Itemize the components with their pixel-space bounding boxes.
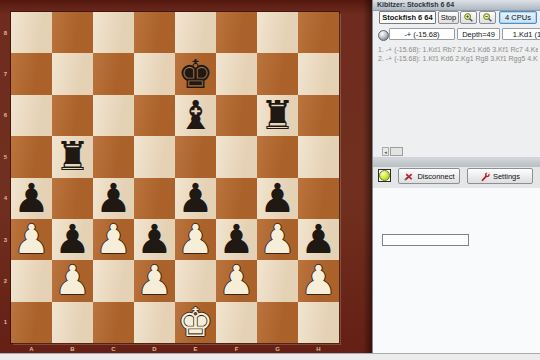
rank-label-2: 2 (0, 260, 11, 301)
square-c2[interactable] (93, 260, 134, 301)
piece-white-pawn[interactable]: ♟ (55, 260, 91, 301)
square-a4[interactable]: ♟ (11, 178, 52, 219)
square-f1[interactable] (216, 302, 257, 343)
rank-label-5: 5 (0, 136, 11, 177)
hscroll-left-arrow[interactable]: ◂ (382, 147, 389, 156)
piece-black-rook[interactable]: ♜ (55, 136, 91, 177)
piece-black-pawn[interactable]: ♟ (301, 219, 337, 260)
square-d1[interactable] (134, 302, 175, 343)
best-move-box: 1.Kd1 (1 (502, 28, 540, 40)
wrench-icon (480, 171, 490, 182)
board-grid: ♚♝♜♜♟♟♟♟♟♟♟♟♟♟♟♟♟♟♟♟♚ (11, 12, 339, 343)
chat-pane (373, 188, 540, 354)
stop-button[interactable]: Stop (438, 11, 459, 24)
square-e8[interactable] (175, 12, 216, 53)
square-d6[interactable] (134, 95, 175, 136)
engine-line-1[interactable]: 1. -+ (-15.68): 1.Kd1 Rb7 2.Ke1 Kd6 3.Kf… (378, 45, 538, 54)
piece-white-pawn[interactable]: ♟ (219, 260, 255, 301)
square-g7[interactable] (257, 53, 298, 94)
disconnect-button[interactable]: Disconnect (398, 168, 460, 184)
screenshot-root: 87654321 ♚♝♜♜♟♟♟♟♟♟♟♟♟♟♟♟♟♟♟♟♚ ABCDEFGH … (0, 0, 540, 360)
piece-black-pawn[interactable]: ♟ (178, 178, 214, 219)
square-e2[interactable] (175, 260, 216, 301)
disconnect-icon (403, 171, 414, 182)
square-g6[interactable]: ♜ (257, 95, 298, 136)
square-h6[interactable] (298, 95, 339, 136)
square-b5[interactable]: ♜ (52, 136, 93, 177)
kibitzer-panel: Kibitzer: Stockfish 6 64 Stockfish 6 64 … (372, 0, 540, 354)
square-a6[interactable] (11, 95, 52, 136)
connection-toolbar: Disconnect Settings (373, 167, 540, 189)
piece-white-pawn[interactable]: ♟ (96, 219, 132, 260)
square-f3[interactable]: ♟ (216, 219, 257, 260)
piece-white-pawn[interactable]: ♟ (14, 219, 50, 260)
square-d3[interactable]: ♟ (134, 219, 175, 260)
square-c5[interactable] (93, 136, 134, 177)
piece-white-pawn[interactable]: ♟ (260, 219, 296, 260)
square-b7[interactable] (52, 53, 93, 94)
zoom-out-button[interactable] (479, 11, 496, 24)
cpus-button[interactable]: 4 CPUs (499, 11, 537, 24)
square-h2[interactable]: ♟ (298, 260, 339, 301)
square-b4[interactable] (52, 178, 93, 219)
rank-label-1: 1 (0, 302, 11, 343)
evaluation-box: -+ (-15.68) (389, 28, 455, 40)
piece-white-pawn[interactable]: ♟ (137, 260, 173, 301)
square-e4[interactable]: ♟ (175, 178, 216, 219)
square-g1[interactable] (257, 302, 298, 343)
piece-black-pawn[interactable]: ♟ (260, 178, 296, 219)
square-a1[interactable] (11, 302, 52, 343)
square-g2[interactable] (257, 260, 298, 301)
square-c7[interactable] (93, 53, 134, 94)
piece-white-pawn[interactable]: ♟ (301, 260, 337, 301)
square-h5[interactable] (298, 136, 339, 177)
piece-black-pawn[interactable]: ♟ (55, 219, 91, 260)
square-c3[interactable]: ♟ (93, 219, 134, 260)
piece-black-pawn[interactable]: ♟ (137, 219, 173, 260)
green-led-icon (379, 170, 390, 181)
settings-label: Settings (493, 172, 520, 181)
square-g4[interactable]: ♟ (257, 178, 298, 219)
square-h4[interactable] (298, 178, 339, 219)
square-a3[interactable]: ♟ (11, 219, 52, 260)
piece-black-bishop[interactable]: ♝ (178, 95, 214, 136)
square-c8[interactable] (93, 12, 134, 53)
piece-white-pawn[interactable]: ♟ (178, 219, 214, 260)
square-h7[interactable] (298, 53, 339, 94)
rank-label-8: 8 (0, 12, 11, 53)
window-bottom-edge (0, 353, 540, 360)
square-d8[interactable] (134, 12, 175, 53)
square-d4[interactable] (134, 178, 175, 219)
piece-black-pawn[interactable]: ♟ (219, 219, 255, 260)
rank-label-3: 3 (0, 219, 11, 260)
rank-label-7: 7 (0, 53, 11, 94)
square-d2[interactable]: ♟ (134, 260, 175, 301)
piece-white-king[interactable]: ♚ (178, 302, 214, 343)
kibitzer-title: Kibitzer: Stockfish 6 64 (373, 0, 540, 11)
square-d7[interactable] (134, 53, 175, 94)
square-f2[interactable]: ♟ (216, 260, 257, 301)
zoom-in-button[interactable] (460, 11, 477, 24)
square-b8[interactable] (52, 12, 93, 53)
square-e7[interactable]: ♚ (175, 53, 216, 94)
piece-black-pawn[interactable]: ♟ (96, 178, 132, 219)
chat-input[interactable] (382, 234, 469, 246)
chess-board-frame: 87654321 ♚♝♜♜♟♟♟♟♟♟♟♟♟♟♟♟♟♟♟♟♚ ABCDEFGH (0, 0, 372, 354)
hscroll-thumb[interactable] (390, 147, 403, 156)
square-g5[interactable] (257, 136, 298, 177)
square-a5[interactable] (11, 136, 52, 177)
square-h8[interactable] (298, 12, 339, 53)
square-g8[interactable] (257, 12, 298, 53)
square-e3[interactable]: ♟ (175, 219, 216, 260)
settings-button[interactable]: Settings (467, 168, 533, 184)
square-b6[interactable] (52, 95, 93, 136)
square-f6[interactable] (216, 95, 257, 136)
engine-status-ball-icon (378, 30, 389, 41)
square-f4[interactable] (216, 178, 257, 219)
piece-black-king[interactable]: ♚ (178, 54, 214, 95)
magnifier-plus-icon (463, 12, 474, 23)
square-e6[interactable]: ♝ (175, 95, 216, 136)
square-a7[interactable] (11, 53, 52, 94)
square-e5[interactable] (175, 136, 216, 177)
square-b2[interactable]: ♟ (52, 260, 93, 301)
square-c4[interactable]: ♟ (93, 178, 134, 219)
square-f7[interactable] (216, 53, 257, 94)
square-a8[interactable] (11, 12, 52, 53)
square-g3[interactable]: ♟ (257, 219, 298, 260)
depth-box: Depth=49 (457, 28, 500, 40)
square-h3[interactable]: ♟ (298, 219, 339, 260)
piece-black-pawn[interactable]: ♟ (14, 178, 50, 219)
piece-black-rook[interactable]: ♜ (260, 95, 296, 136)
square-f8[interactable] (216, 12, 257, 53)
magnifier-minus-icon (482, 12, 493, 23)
engine-line-2[interactable]: 2. -+ (-15.68): 1.Kf1 Kd6 2.Kg1 Rg8 3.Kf… (378, 54, 538, 63)
square-e1[interactable]: ♚ (175, 302, 216, 343)
board-frame-shadow (363, 0, 372, 354)
rank-label-6: 6 (0, 95, 11, 136)
square-h1[interactable] (298, 302, 339, 343)
rank-labels: 87654321 (0, 12, 11, 343)
square-f5[interactable] (216, 136, 257, 177)
disconnect-label: Disconnect (417, 172, 454, 181)
square-c6[interactable] (93, 95, 134, 136)
led-toggle-button[interactable] (378, 169, 391, 182)
rank-label-4: 4 (0, 178, 11, 219)
square-b3[interactable]: ♟ (52, 219, 93, 260)
square-a2[interactable] (11, 260, 52, 301)
engine-name-box[interactable]: Stockfish 6 64 (379, 11, 436, 24)
square-c1[interactable] (93, 302, 134, 343)
square-b1[interactable] (52, 302, 93, 343)
square-d5[interactable] (134, 136, 175, 177)
